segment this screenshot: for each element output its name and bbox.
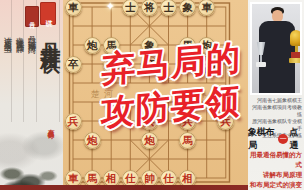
bio-line: 河南省七届象棋棋王 <box>248 97 302 104</box>
logo-prefix: 象棋布局 <box>248 126 277 152</box>
logo-suffix: 点通 <box>289 126 304 152</box>
column-divider <box>59 0 60 122</box>
video-thumbnail: 丹青 讲棋 丹青讲棋 丹阳城南秋海阔 青嶂谈深香雨静 讲席相逢山鸟至 有品棋诗 … <box>0 0 304 190</box>
right-info-panel: 河南省七届象棋棋王 河南省象棋项目考级教练 原河南省象棋队专业棋手 受过系统专业… <box>248 0 304 190</box>
video-title-overlay: 弃马局的 攻防要领 <box>86 34 257 135</box>
piece-d1[interactable]: 仕 <box>122 170 139 187</box>
piece-g3[interactable]: 馬 <box>179 132 196 149</box>
channel-slogan: 用最通俗易懂的方式 讲解布局原理 和布局定式的演变 <box>248 150 302 190</box>
piece-e1[interactable]: 帥 <box>141 170 158 187</box>
piece-g10[interactable]: 象 <box>179 0 196 16</box>
slogan-line: 和布局定式的演变 <box>248 180 302 190</box>
poem-column: 丹阳城南秋海阔 <box>25 30 36 41</box>
piece-g1[interactable]: 相 <box>179 170 196 187</box>
column-divider <box>11 0 12 122</box>
player-photo <box>250 2 302 95</box>
slogan-line: 讲解布局原理 <box>248 170 302 180</box>
piece-f1[interactable]: 仕 <box>160 170 177 187</box>
column-divider <box>23 0 24 122</box>
piece-e3[interactable]: 炮 <box>141 132 158 149</box>
gold-trophy <box>289 30 300 93</box>
bio-line: 河南省象棋项目考级教练 <box>248 104 302 118</box>
piece-c1[interactable]: 相 <box>103 170 120 187</box>
piece-a7[interactable]: 卒 <box>65 56 82 73</box>
red-seal-text: 有品棋诗 <box>46 124 55 128</box>
piece-a10[interactable]: 車 <box>65 0 82 16</box>
poem-column: 讲席相逢山鸟至 <box>1 30 12 41</box>
piece-h10[interactable]: 車 <box>198 0 215 16</box>
red-seal-stamp: 丹青 <box>25 6 39 27</box>
logo-red-badge: 一 <box>278 134 288 144</box>
piece-b1[interactable]: 馬 <box>84 170 101 187</box>
poem-column: 青嶂谈深香雨静 <box>13 30 24 41</box>
piece-f10[interactable]: 士 <box>160 0 177 16</box>
bottom-red-strip <box>0 185 248 190</box>
red-seal-stamp: 讲棋 <box>40 2 56 25</box>
left-scroll-panel: 丹青 讲棋 丹青讲棋 丹阳城南秋海阔 青嶂谈深香雨静 讲席相逢山鸟至 有品棋诗 <box>0 0 63 190</box>
channel-title-vertical: 丹青讲棋 <box>38 26 65 42</box>
slogan-line: 用最通俗易懂的方式 <box>248 150 302 170</box>
piece-a4[interactable]: 兵 <box>65 113 82 130</box>
last-move-sparkle: ✦ <box>106 1 115 12</box>
piece-d10[interactable]: 士 <box>122 0 139 16</box>
channel-logo: 象棋布局 一 点通 <box>248 126 304 152</box>
photo-background <box>252 4 300 93</box>
piece-a1[interactable]: 車 <box>65 170 82 187</box>
piece-e10[interactable]: 将 <box>141 0 158 16</box>
silver-trophy <box>255 42 267 92</box>
